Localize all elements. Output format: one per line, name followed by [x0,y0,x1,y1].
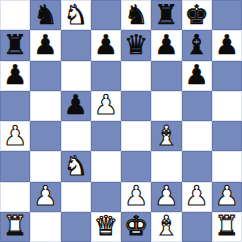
square-f8[interactable]: ♜ [151,0,181,30]
square-e5[interactable] [121,91,151,121]
white-pawn-piece[interactable]: ♟ [215,182,239,209]
square-a8[interactable] [0,0,30,30]
square-c1[interactable] [61,212,91,242]
board-wrap: ♞♞♞♜♚♜♟♟♛♟♝♟♟♟♟♟♟♝♞♟♟♟♟♟♜♛♚♝♜ [0,0,242,242]
square-b6[interactable] [30,61,60,91]
square-c4[interactable] [61,121,91,151]
white-pawn-piece[interactable]: ♟ [185,182,209,209]
square-d6[interactable] [91,61,121,91]
square-a3[interactable] [0,151,30,181]
black-knight-piece[interactable]: ♞ [33,1,57,28]
square-a7[interactable]: ♜ [0,30,30,60]
square-a6[interactable]: ♟ [0,61,30,91]
square-f1[interactable]: ♝ [151,212,181,242]
square-c8[interactable]: ♞ [61,0,91,30]
square-c5[interactable]: ♟ [61,91,91,121]
square-b4[interactable] [30,121,60,151]
black-rook-piece[interactable]: ♜ [3,31,27,58]
square-h2[interactable]: ♟ [212,182,242,212]
square-a2[interactable] [0,182,30,212]
white-bishop-piece[interactable]: ♝ [154,212,178,239]
black-pawn-piece[interactable]: ♟ [64,91,88,118]
chess-board: ♞♞♞♜♚♜♟♟♛♟♝♟♟♟♟♟♟♝♞♟♟♟♟♟♜♛♚♝♜ [0,0,242,242]
black-pawn-piece[interactable]: ♟ [33,31,57,58]
square-e6[interactable] [121,61,151,91]
square-e1[interactable]: ♚ [121,212,151,242]
square-e7[interactable]: ♛ [121,30,151,60]
square-g4[interactable] [182,121,212,151]
black-pawn-piece[interactable]: ♟ [185,61,209,88]
square-h8[interactable] [212,0,242,30]
square-h5[interactable] [212,91,242,121]
white-king-piece[interactable]: ♚ [124,212,148,239]
black-queen-piece[interactable]: ♛ [124,31,148,58]
square-a1[interactable]: ♜ [0,212,30,242]
square-e3[interactable] [121,151,151,181]
square-e4[interactable] [121,121,151,151]
square-b7[interactable]: ♟ [30,30,60,60]
square-h7[interactable]: ♟ [212,30,242,60]
white-pawn-piece[interactable]: ♟ [94,91,118,118]
square-b8[interactable]: ♞ [30,0,60,30]
square-g3[interactable] [182,151,212,181]
square-d5[interactable]: ♟ [91,91,121,121]
square-h6[interactable] [212,61,242,91]
square-c3[interactable]: ♞ [61,151,91,181]
square-g5[interactable] [182,91,212,121]
square-f5[interactable] [151,91,181,121]
square-c2[interactable] [61,182,91,212]
square-f6[interactable] [151,61,181,91]
square-e2[interactable]: ♟ [121,182,151,212]
black-pawn-piece[interactable]: ♟ [3,61,27,88]
black-pawn-piece[interactable]: ♟ [154,31,178,58]
square-h3[interactable] [212,151,242,181]
black-pawn-piece[interactable]: ♟ [94,31,118,58]
square-g2[interactable]: ♟ [182,182,212,212]
square-g6[interactable]: ♟ [182,61,212,91]
square-c7[interactable] [61,30,91,60]
white-pawn-piece[interactable]: ♟ [154,182,178,209]
black-king-piece[interactable]: ♚ [185,1,209,28]
square-a4[interactable]: ♟ [0,121,30,151]
square-c6[interactable] [61,61,91,91]
square-h1[interactable]: ♜ [212,212,242,242]
square-b5[interactable] [30,91,60,121]
white-bishop-piece[interactable]: ♝ [154,122,178,149]
square-d4[interactable] [91,121,121,151]
square-f4[interactable]: ♝ [151,121,181,151]
black-bishop-piece[interactable]: ♝ [185,31,209,58]
square-d7[interactable]: ♟ [91,30,121,60]
square-a5[interactable] [0,91,30,121]
square-d1[interactable]: ♛ [91,212,121,242]
square-d3[interactable] [91,151,121,181]
white-pawn-piece[interactable]: ♟ [124,182,148,209]
white-rook-piece[interactable]: ♜ [215,212,239,239]
white-rook-piece[interactable]: ♜ [3,212,27,239]
white-queen-piece[interactable]: ♛ [94,212,118,239]
square-g8[interactable]: ♚ [182,0,212,30]
white-knight-piece[interactable]: ♞ [64,152,88,179]
black-pawn-piece[interactable]: ♟ [215,31,239,58]
square-d2[interactable] [91,182,121,212]
square-b2[interactable]: ♟ [30,182,60,212]
white-pawn-piece[interactable]: ♟ [3,122,27,149]
square-f3[interactable] [151,151,181,181]
square-d8[interactable] [91,0,121,30]
square-b3[interactable] [30,151,60,181]
square-g1[interactable] [182,212,212,242]
black-rook-piece[interactable]: ♜ [154,1,178,28]
white-knight-piece[interactable]: ♞ [64,1,88,28]
square-h4[interactable] [212,121,242,151]
square-e8[interactable]: ♞ [121,0,151,30]
square-f2[interactable]: ♟ [151,182,181,212]
square-b1[interactable] [30,212,60,242]
square-f7[interactable]: ♟ [151,30,181,60]
square-g7[interactable]: ♝ [182,30,212,60]
white-pawn-piece[interactable]: ♟ [33,182,57,209]
black-knight-piece[interactable]: ♞ [124,1,148,28]
